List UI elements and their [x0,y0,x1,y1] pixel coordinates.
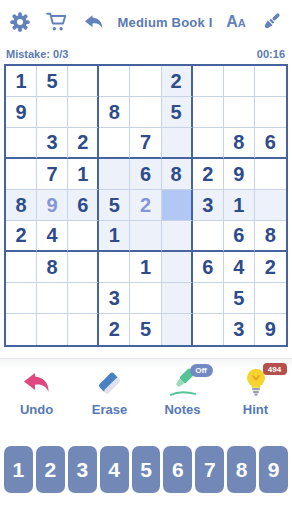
notes-icon: Off [165,366,201,400]
sudoku-cell-r1c7[interactable] [193,66,224,97]
hint-label: Hint [243,402,268,417]
sudoku-cell-r2c4[interactable]: 8 [99,97,130,128]
sudoku-cell-r9c3[interactable] [68,314,99,345]
sudoku-board: 1529853278671682989652312416881642352539 [4,64,288,347]
sudoku-cell-r2c7[interactable] [193,97,224,128]
sudoku-cell-r7c5[interactable]: 1 [130,252,161,283]
cart-icon [45,10,69,34]
sudoku-cell-r4c4[interactable] [99,159,130,190]
sudoku-cell-r7c4[interactable] [99,252,130,283]
sudoku-cell-r1c1[interactable]: 1 [6,66,37,97]
sudoku-cell-r4c5[interactable]: 6 [130,159,161,190]
sudoku-cell-r4c8[interactable]: 9 [224,159,255,190]
sudoku-cell-r2c6[interactable]: 5 [162,97,193,128]
tool-bar: Undo Erase [0,366,292,417]
sudoku-cell-r9c9[interactable]: 9 [255,314,286,345]
notes-label: Notes [164,402,200,417]
sudoku-cell-r8c8[interactable]: 5 [224,283,255,314]
status-row: Mistake: 0/3 00:16 [0,40,292,62]
hint-count-badge: 494 [263,363,287,375]
sudoku-cell-r3c2[interactable]: 3 [37,128,68,159]
sudoku-cell-r4c3[interactable]: 1 [68,159,99,190]
sudoku-cell-r2c9[interactable] [255,97,286,128]
sudoku-cell-r5c6[interactable] [162,190,193,221]
gear-icon [8,10,32,34]
sudoku-cell-r9c1[interactable] [6,314,37,345]
sudoku-cell-r4c2[interactable]: 7 [37,159,68,190]
sudoku-cell-r7c1[interactable] [6,252,37,283]
notes-off-badge: Off [190,364,213,377]
notes-button[interactable]: Off Notes [146,366,219,417]
mistake-counter: Mistake: 0/3 [6,48,68,60]
sudoku-cell-r5c9[interactable] [255,190,286,221]
sudoku-cell-r1c4[interactable] [99,66,130,97]
sudoku-cell-r5c2[interactable]: 9 [37,190,68,221]
sudoku-cell-r8c2[interactable] [37,283,68,314]
sudoku-cell-r6c2[interactable]: 4 [37,221,68,252]
sudoku-cell-r8c3[interactable] [68,283,99,314]
sudoku-cell-r3c4[interactable] [99,128,130,159]
sudoku-cell-r4c6[interactable]: 8 [162,159,193,190]
numpad-button-8[interactable]: 8 [227,446,256,493]
top-bar: Medium Book I Aa [0,0,292,40]
undo-icon [19,366,55,400]
sudoku-cell-r9c5[interactable]: 5 [130,314,161,345]
sudoku-cell-r5c4[interactable]: 5 [99,190,130,221]
sudoku-cell-r8c7[interactable] [193,283,224,314]
page-title: Medium Book I [106,15,224,30]
sudoku-cell-r3c8[interactable]: 8 [224,128,255,159]
numpad-button-7[interactable]: 7 [195,446,224,493]
sudoku-cell-r9c2[interactable] [37,314,68,345]
sudoku-cell-r7c7[interactable]: 6 [193,252,224,283]
sudoku-cell-r2c2[interactable] [37,97,68,128]
sudoku-cell-r6c4[interactable]: 1 [99,221,130,252]
numpad-button-5[interactable]: 5 [132,446,161,493]
undo-label: Undo [20,402,53,417]
sudoku-cell-r5c1[interactable]: 8 [6,190,37,221]
sudoku-cell-r9c6[interactable] [162,314,193,345]
sudoku-cell-r7c3[interactable] [68,252,99,283]
sudoku-cell-r3c5[interactable]: 7 [130,128,161,159]
sudoku-cell-r1c8[interactable] [224,66,255,97]
sudoku-cell-r4c7[interactable]: 2 [193,159,224,190]
sudoku-cell-r9c7[interactable] [193,314,224,345]
sudoku-cell-r8c5[interactable] [130,283,161,314]
timer: 00:16 [257,48,285,60]
sudoku-cell-r5c8[interactable]: 1 [224,190,255,221]
sudoku-cell-r7c8[interactable]: 4 [224,252,255,283]
erase-label: Erase [92,402,127,417]
numpad-button-9[interactable]: 9 [259,446,288,493]
paintbrush-icon [259,10,283,34]
sudoku-cell-r2c5[interactable] [130,97,161,128]
eraser-icon [92,366,128,400]
shop-button[interactable] [45,10,69,34]
sudoku-cell-r3c3[interactable]: 2 [68,128,99,159]
sudoku-cell-r9c4[interactable]: 2 [99,314,130,345]
theme-button[interactable] [259,10,283,34]
sudoku-cell-r2c3[interactable] [68,97,99,128]
numpad-button-6[interactable]: 6 [163,446,192,493]
sudoku-cell-r7c9[interactable]: 2 [255,252,286,283]
top-bar-right: Aa [224,10,283,34]
sudoku-cell-r6c6[interactable] [162,221,193,252]
sudoku-cell-r3c7[interactable] [193,128,224,159]
numpad-button-2[interactable]: 2 [36,446,65,493]
sudoku-app: Medium Book I Aa Mistake: 0/3 00:16 1529… [0,0,292,518]
numpad-button-4[interactable]: 4 [100,446,129,493]
sudoku-cell-r2c1[interactable]: 9 [6,97,37,128]
numpad-button-3[interactable]: 3 [68,446,97,493]
sudoku-cell-r1c5[interactable] [130,66,161,97]
sudoku-cell-r1c6[interactable]: 2 [162,66,193,97]
sudoku-cell-r8c9[interactable] [255,283,286,314]
sudoku-cell-r5c7[interactable]: 3 [193,190,224,221]
back-arrow-icon [82,10,106,34]
sudoku-cell-r4c1[interactable] [6,159,37,190]
sudoku-cell-r6c5[interactable] [130,221,161,252]
toolbar-panel: Undo Erase [0,358,292,419]
sudoku-cell-r2c8[interactable] [224,97,255,128]
font-size-button[interactable]: Aa [224,10,248,34]
numpad-button-1[interactable]: 1 [4,446,33,493]
sudoku-cell-r4c9[interactable] [255,159,286,190]
sudoku-cell-r1c9[interactable] [255,66,286,97]
sudoku-cell-r6c9[interactable]: 8 [255,221,286,252]
hint-bulb-icon: 494 [238,366,274,400]
sudoku-cell-r7c2[interactable]: 8 [37,252,68,283]
erase-button[interactable]: Erase [73,366,146,417]
sudoku-cell-r3c9[interactable]: 6 [255,128,286,159]
settings-button[interactable] [8,10,32,34]
hint-button[interactable]: 494 Hint [219,366,292,417]
sudoku-cell-r6c7[interactable] [193,221,224,252]
sudoku-cell-r8c4[interactable]: 3 [99,283,130,314]
undo-button[interactable]: Undo [0,366,73,417]
sudoku-cell-r6c8[interactable]: 6 [224,221,255,252]
sudoku-cell-r6c1[interactable]: 2 [6,221,37,252]
sudoku-cell-r5c5[interactable]: 2 [130,190,161,221]
back-button[interactable] [82,10,106,34]
sudoku-cell-r9c8[interactable]: 3 [224,314,255,345]
sudoku-cell-r8c1[interactable] [6,283,37,314]
sudoku-cell-r3c6[interactable] [162,128,193,159]
sudoku-cell-r8c6[interactable] [162,283,193,314]
sudoku-cell-r7c6[interactable] [162,252,193,283]
sudoku-cell-r1c2[interactable]: 5 [37,66,68,97]
sudoku-cell-r3c1[interactable] [6,128,37,159]
font-size-icon: Aa [226,14,246,30]
sudoku-cell-r6c3[interactable] [68,221,99,252]
top-bar-left [8,10,106,34]
number-pad: 123456789 [4,446,288,493]
sudoku-cell-r5c3[interactable]: 6 [68,190,99,221]
sudoku-cell-r1c3[interactable] [68,66,99,97]
